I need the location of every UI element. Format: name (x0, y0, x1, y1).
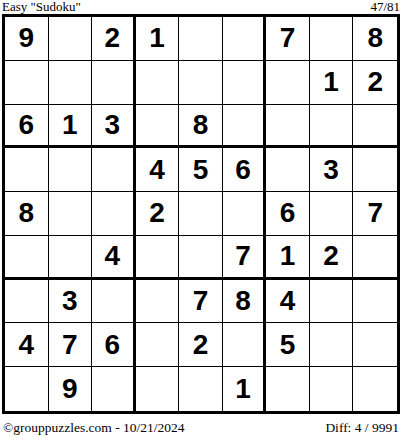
cell-r9c7[interactable] (266, 367, 310, 411)
cell-r3c2: 1 (49, 105, 93, 149)
cell-r7c6: 8 (223, 280, 267, 324)
cell-r2c3[interactable] (92, 61, 136, 105)
cell-r1c8[interactable] (310, 17, 354, 61)
difficulty-text: Diff: 4 / 9991 (325, 420, 399, 436)
cell-r1c2[interactable] (49, 17, 93, 61)
cell-r7c5: 7 (179, 280, 223, 324)
cell-r2c6[interactable] (223, 61, 267, 105)
cell-r9c8[interactable] (310, 367, 354, 411)
cell-r6c7: 1 (266, 236, 310, 280)
cell-r4c5: 5 (179, 148, 223, 192)
cell-r1c5[interactable] (179, 17, 223, 61)
cell-r3c4[interactable] (136, 105, 180, 149)
cell-r9c4[interactable] (136, 367, 180, 411)
cell-r5c3[interactable] (92, 192, 136, 236)
cell-r6c4[interactable] (136, 236, 180, 280)
sudoku-grid: 9217812613845638267471237844762591 (2, 14, 400, 414)
cell-r8c4[interactable] (136, 323, 180, 367)
cell-r8c8[interactable] (310, 323, 354, 367)
cell-r3c5: 8 (179, 105, 223, 149)
cell-r3c6[interactable] (223, 105, 267, 149)
cell-r6c2[interactable] (49, 236, 93, 280)
footer: ©grouppuzzles.com - 10/21/2024 Diff: 4 /… (0, 419, 402, 436)
cell-r4c1[interactable] (5, 148, 49, 192)
cell-r7c1[interactable] (5, 280, 49, 324)
cell-r8c5: 2 (179, 323, 223, 367)
cell-r5c7: 6 (266, 192, 310, 236)
cell-r2c1[interactable] (5, 61, 49, 105)
cell-r7c4[interactable] (136, 280, 180, 324)
cell-r6c9[interactable] (353, 236, 397, 280)
cell-r5c6[interactable] (223, 192, 267, 236)
cell-r8c6[interactable] (223, 323, 267, 367)
cell-r6c5[interactable] (179, 236, 223, 280)
cell-r1c9: 8 (353, 17, 397, 61)
cell-r4c3[interactable] (92, 148, 136, 192)
cell-r2c2[interactable] (49, 61, 93, 105)
cell-r7c9[interactable] (353, 280, 397, 324)
cell-r9c2: 9 (49, 367, 93, 411)
cell-r5c9: 7 (353, 192, 397, 236)
cell-r1c4: 1 (136, 17, 180, 61)
cell-r1c1: 9 (5, 17, 49, 61)
cell-r4c6: 6 (223, 148, 267, 192)
cell-r7c7: 4 (266, 280, 310, 324)
cell-r7c2: 3 (49, 280, 93, 324)
cell-r6c3: 4 (92, 236, 136, 280)
cell-r8c7: 5 (266, 323, 310, 367)
cell-r1c3: 2 (92, 17, 136, 61)
cell-r3c7[interactable] (266, 105, 310, 149)
cell-r9c6: 1 (223, 367, 267, 411)
puzzle-title: Easy "Sudoku" (2, 0, 81, 14)
cell-r5c8[interactable] (310, 192, 354, 236)
cell-r5c4: 2 (136, 192, 180, 236)
puzzle-counter: 47/81 (370, 0, 400, 14)
cell-r4c7[interactable] (266, 148, 310, 192)
cell-r6c1[interactable] (5, 236, 49, 280)
cell-r8c1: 4 (5, 323, 49, 367)
cell-r8c9[interactable] (353, 323, 397, 367)
cell-r5c5[interactable] (179, 192, 223, 236)
sudoku-page: Easy "Sudoku" 47/81 92178126138456382674… (0, 0, 402, 437)
cell-r4c4: 4 (136, 148, 180, 192)
cell-r8c2: 7 (49, 323, 93, 367)
cell-r7c8[interactable] (310, 280, 354, 324)
cell-r1c6[interactable] (223, 17, 267, 61)
cell-r2c7[interactable] (266, 61, 310, 105)
cell-r9c9[interactable] (353, 367, 397, 411)
cell-r2c8: 1 (310, 61, 354, 105)
cell-r8c3: 6 (92, 323, 136, 367)
cell-r9c3[interactable] (92, 367, 136, 411)
cell-r4c9[interactable] (353, 148, 397, 192)
cell-r3c1: 6 (5, 105, 49, 149)
cell-r3c9[interactable] (353, 105, 397, 149)
cell-r2c4[interactable] (136, 61, 180, 105)
cell-r3c3: 3 (92, 105, 136, 149)
cell-r6c6: 7 (223, 236, 267, 280)
header: Easy "Sudoku" 47/81 (0, 0, 402, 14)
cell-r4c8: 3 (310, 148, 354, 192)
cell-r9c1[interactable] (5, 367, 49, 411)
cell-r5c2[interactable] (49, 192, 93, 236)
cell-r3c8[interactable] (310, 105, 354, 149)
cell-r7c3[interactable] (92, 280, 136, 324)
cell-r9c5[interactable] (179, 367, 223, 411)
cell-r2c9: 2 (353, 61, 397, 105)
cell-r6c8: 2 (310, 236, 354, 280)
copyright-text: ©grouppuzzles.com - 10/21/2024 (3, 420, 185, 436)
cell-r1c7: 7 (266, 17, 310, 61)
cell-r2c5[interactable] (179, 61, 223, 105)
cell-r4c2[interactable] (49, 148, 93, 192)
cell-r5c1: 8 (5, 192, 49, 236)
